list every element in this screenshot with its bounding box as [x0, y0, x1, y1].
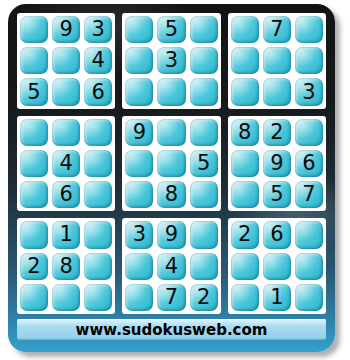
cell-r6c5[interactable]: 8 [157, 181, 185, 208]
cell-r3c9[interactable]: 3 [295, 78, 323, 105]
given-number: 8 [59, 256, 72, 277]
given-number: 7 [270, 19, 283, 40]
cell-r6c6[interactable] [190, 181, 218, 208]
cell-r9c4[interactable] [125, 284, 153, 311]
website-link: www.sudokusweb.com [76, 321, 268, 339]
given-number: 4 [59, 153, 72, 174]
cell-r4c8[interactable]: 2 [263, 119, 291, 146]
cell-r6c9[interactable]: 7 [295, 181, 323, 208]
footer-band: www.sudokusweb.com [17, 319, 326, 340]
sudoku-board-grid: 9345653734695882965712839472261 [17, 13, 326, 314]
cell-r2c6[interactable] [190, 47, 218, 74]
given-number: 2 [197, 287, 210, 308]
cell-r4c3[interactable] [84, 119, 112, 146]
cell-r2c8[interactable] [263, 47, 291, 74]
given-number: 6 [92, 82, 105, 103]
given-number: 1 [270, 287, 283, 308]
given-number: 1 [59, 224, 72, 245]
given-number: 7 [165, 287, 178, 308]
cell-r3c6[interactable] [190, 78, 218, 105]
given-number: 6 [59, 184, 72, 205]
cell-r9c1[interactable] [20, 284, 48, 311]
given-number: 9 [59, 19, 72, 40]
given-number: 6 [270, 224, 283, 245]
sudoku-box-5: 958 [122, 116, 220, 212]
cell-r8c6[interactable] [190, 253, 218, 280]
given-number: 3 [302, 82, 315, 103]
cell-r2c3[interactable]: 4 [84, 47, 112, 74]
cell-r9c2[interactable] [52, 284, 80, 311]
given-number: 9 [270, 153, 283, 174]
cell-r4c5[interactable] [157, 119, 185, 146]
cell-r6c1[interactable] [20, 181, 48, 208]
cell-r3c3[interactable]: 6 [84, 78, 112, 105]
given-number: 4 [92, 50, 105, 71]
cell-r1c9[interactable] [295, 16, 323, 43]
cell-r8c7[interactable] [231, 253, 259, 280]
cell-r6c4[interactable] [125, 181, 153, 208]
cell-r7c9[interactable] [295, 221, 323, 248]
cell-r5c1[interactable] [20, 150, 48, 177]
cell-r3c2[interactable] [52, 78, 80, 105]
cell-r8c9[interactable] [295, 253, 323, 280]
given-number: 6 [302, 153, 315, 174]
cell-r2c9[interactable] [295, 47, 323, 74]
cell-r5c3[interactable] [84, 150, 112, 177]
cell-r3c7[interactable] [231, 78, 259, 105]
given-number: 5 [165, 19, 178, 40]
cell-r2c1[interactable] [20, 47, 48, 74]
given-number: 9 [133, 122, 146, 143]
given-number: 2 [270, 122, 283, 143]
given-number: 4 [165, 256, 178, 277]
given-number: 7 [302, 184, 315, 205]
cell-r7c4[interactable]: 3 [125, 221, 153, 248]
sudoku-box-2: 53 [122, 13, 220, 109]
given-number: 5 [197, 153, 210, 174]
cell-r4c9[interactable] [295, 119, 323, 146]
cell-r7c6[interactable] [190, 221, 218, 248]
cell-r8c3[interactable] [84, 253, 112, 280]
cell-r5c2[interactable]: 4 [52, 150, 80, 177]
sudoku-box-6: 829657 [228, 116, 326, 212]
cell-r6c7[interactable] [231, 181, 259, 208]
cell-r9c3[interactable] [84, 284, 112, 311]
cell-r5c9[interactable]: 6 [295, 150, 323, 177]
cell-r7c3[interactable] [84, 221, 112, 248]
sudoku-box-3: 73 [228, 13, 326, 109]
cell-r1c1[interactable] [20, 16, 48, 43]
given-number: 3 [133, 224, 146, 245]
cell-r7c1[interactable] [20, 221, 48, 248]
cell-r1c2[interactable]: 9 [52, 16, 80, 43]
cell-r8c5[interactable]: 4 [157, 253, 185, 280]
cell-r5c4[interactable] [125, 150, 153, 177]
cell-r4c6[interactable] [190, 119, 218, 146]
cell-r8c2[interactable]: 8 [52, 253, 80, 280]
cell-r4c7[interactable]: 8 [231, 119, 259, 146]
cell-r9c6[interactable]: 2 [190, 284, 218, 311]
cell-r8c8[interactable] [263, 253, 291, 280]
given-number: 5 [27, 82, 40, 103]
cell-r2c2[interactable] [52, 47, 80, 74]
sudoku-box-7: 128 [17, 218, 115, 314]
sudoku-board: 9345653734695882965712839472261 www.sudo… [8, 4, 335, 352]
given-number: 2 [238, 224, 251, 245]
cell-r9c7[interactable] [231, 284, 259, 311]
cell-r4c1[interactable] [20, 119, 48, 146]
cell-r4c2[interactable] [52, 119, 80, 146]
given-number: 9 [165, 224, 178, 245]
cell-r1c6[interactable] [190, 16, 218, 43]
cell-r7c2[interactable]: 1 [52, 221, 80, 248]
cell-r2c7[interactable] [231, 47, 259, 74]
cell-r8c4[interactable] [125, 253, 153, 280]
cell-r1c3[interactable]: 3 [84, 16, 112, 43]
cell-r3c5[interactable] [157, 78, 185, 105]
cell-r1c7[interactable] [231, 16, 259, 43]
cell-r6c2[interactable]: 6 [52, 181, 80, 208]
given-number: 2 [27, 256, 40, 277]
cell-r3c8[interactable] [263, 78, 291, 105]
cell-r7c8[interactable]: 6 [263, 221, 291, 248]
given-number: 3 [92, 19, 105, 40]
cell-r7c5[interactable]: 9 [157, 221, 185, 248]
cell-r4c4[interactable]: 9 [125, 119, 153, 146]
cell-r9c5[interactable]: 7 [157, 284, 185, 311]
sudoku-box-1: 93456 [17, 13, 115, 109]
cell-r5c6[interactable]: 5 [190, 150, 218, 177]
cell-r5c5[interactable] [157, 150, 185, 177]
cell-r5c7[interactable] [231, 150, 259, 177]
cell-r8c1[interactable]: 2 [20, 253, 48, 280]
given-number: 5 [270, 184, 283, 205]
given-number: 8 [238, 122, 251, 143]
sudoku-box-8: 39472 [122, 218, 220, 314]
sudoku-box-4: 46 [17, 116, 115, 212]
cell-r1c5[interactable]: 5 [157, 16, 185, 43]
cell-r3c1[interactable]: 5 [20, 78, 48, 105]
cell-r2c4[interactable] [125, 47, 153, 74]
cell-r1c4[interactable] [125, 16, 153, 43]
cell-r2c5[interactable]: 3 [157, 47, 185, 74]
cell-r6c8[interactable]: 5 [263, 181, 291, 208]
sudoku-box-9: 261 [228, 218, 326, 314]
cell-r9c9[interactable] [295, 284, 323, 311]
given-number: 8 [165, 184, 178, 205]
given-number: 3 [165, 50, 178, 71]
cell-r7c7[interactable]: 2 [231, 221, 259, 248]
cell-r5c8[interactable]: 9 [263, 150, 291, 177]
cell-r1c8[interactable]: 7 [263, 16, 291, 43]
cell-r9c8[interactable]: 1 [263, 284, 291, 311]
cell-r3c4[interactable] [125, 78, 153, 105]
cell-r6c3[interactable] [84, 181, 112, 208]
